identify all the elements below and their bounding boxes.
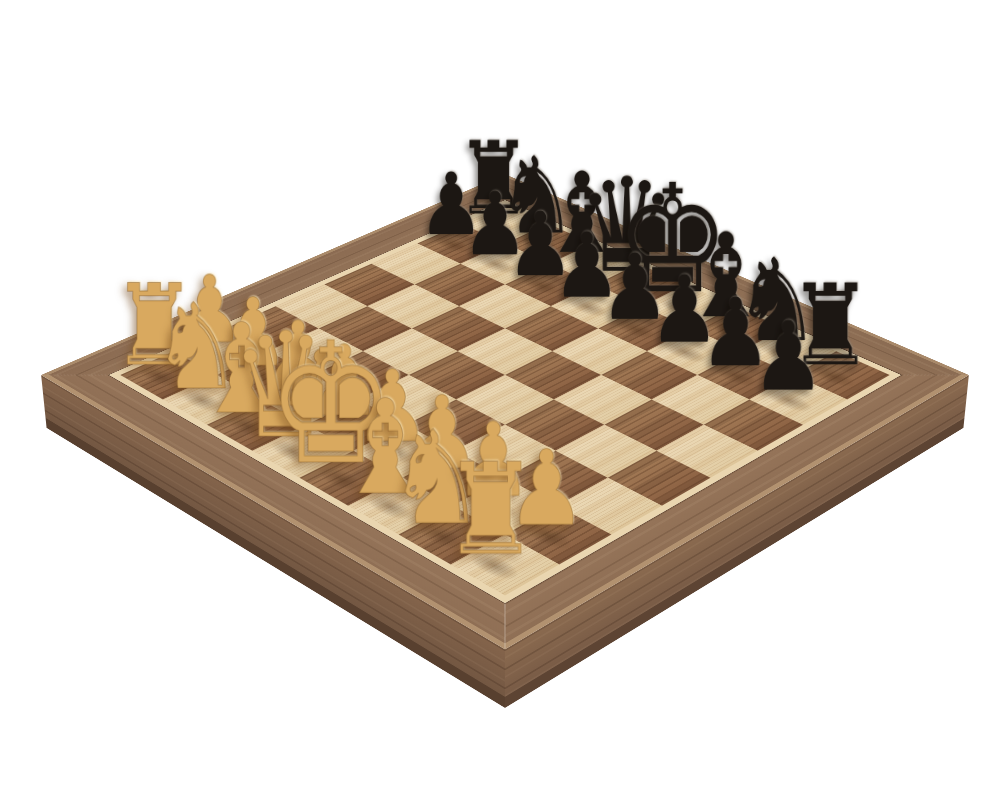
chess-board: ♜ ♞ ♝ ♛ ♚ ♝ ♞ ♜ ♟ ♟ ♟ ♟ ♟ ♟ ♟ ♟ (41, 174, 969, 649)
product-photo-scene: ♜ ♞ ♝ ♛ ♚ ♝ ♞ ♜ ♟ ♟ ♟ ♟ ♟ ♟ ♟ ♟ (0, 0, 1000, 800)
square-d4[interactable] (409, 351, 505, 399)
board-inlay-border: ♜ ♞ ♝ ♛ ♚ ♝ ♞ ♜ ♟ ♟ ♟ ♟ ♟ ♟ ♟ ♟ (109, 200, 901, 603)
square-b5[interactable] (367, 285, 459, 329)
